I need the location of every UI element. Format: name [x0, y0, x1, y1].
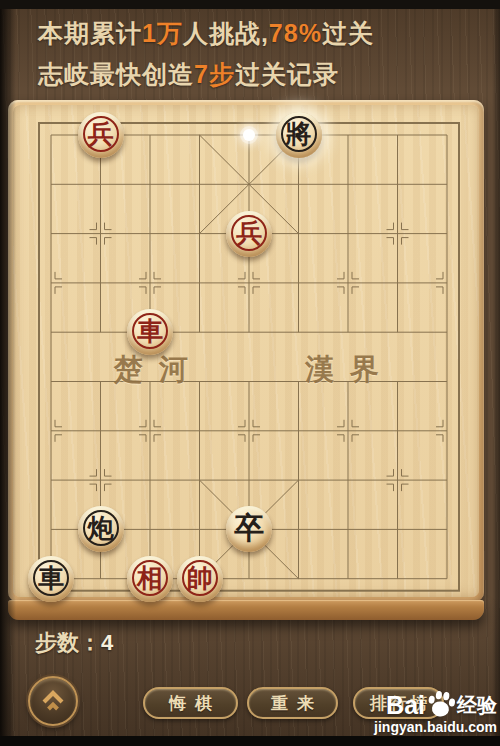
header-segment-orange: 1万 — [142, 19, 183, 47]
piece-character: 車 — [127, 309, 173, 353]
top-black-bar — [0, 0, 500, 9]
piece-character: 兵 — [78, 112, 124, 156]
piece-character: 車 — [28, 556, 74, 600]
expand-menu-button[interactable] — [28, 676, 78, 726]
piece-black-車[interactable]: 車 — [28, 556, 74, 602]
piece-black-炮[interactable]: 炮 — [78, 506, 124, 552]
bottom-black-bar — [0, 736, 500, 746]
watermark-url: jingyan.baidu.com — [374, 719, 497, 735]
left-edge-shadow — [0, 0, 16, 746]
header-segment-orange: 78% — [269, 19, 322, 47]
move-counter-value: 4 — [101, 630, 113, 655]
undo-move-button[interactable]: 悔棋 — [143, 687, 238, 719]
header-segment-cream: 人挑战, — [183, 19, 269, 47]
move-highlight-dot — [243, 129, 255, 141]
piece-character: 炮 — [78, 506, 124, 550]
move-counter-label: 步数 — [35, 630, 79, 655]
header-challenge-stats: 本期累计1万人挑战,78%过关 — [38, 17, 374, 50]
piece-red-帥[interactable]: 帥 — [177, 556, 223, 602]
baidu-paw-icon — [424, 689, 458, 721]
double-chevron-up-icon — [38, 686, 68, 716]
header-segment-cream: 本期累计 — [38, 19, 142, 47]
watermark-bai-text: Bai — [386, 691, 425, 720]
watermark-cn-text: 经验 — [457, 692, 497, 719]
piece-red-兵[interactable]: 兵 — [78, 112, 124, 158]
right-edge-shadow — [492, 0, 500, 746]
piece-black-將[interactable]: 將 — [276, 112, 322, 158]
piece-character: 相 — [127, 556, 173, 600]
piece-character: 卒 — [226, 506, 272, 550]
xiangqi-board: 楚河 漢界 兵將兵車炮卒車相帥 — [8, 100, 484, 622]
header-segment-cream: 过关记录 — [235, 60, 339, 88]
watermark: Bai 经验 jingyan.baidu.com — [374, 691, 497, 735]
header-segment-cream: 志岐最快创造 — [38, 60, 194, 88]
piece-red-兵[interactable]: 兵 — [226, 211, 272, 257]
header-segment-orange: 7步 — [194, 60, 235, 88]
piece-black-卒[interactable]: 卒 — [226, 506, 272, 552]
board-bottom-edge — [8, 600, 484, 620]
piece-red-車[interactable]: 車 — [127, 309, 173, 355]
xiangqi-app: 本期累计1万人挑战,78%过关 志岐最快创造7步过关记录 楚河 漢界 兵將兵車炮… — [0, 0, 500, 746]
piece-red-相[interactable]: 相 — [127, 556, 173, 602]
pieces-layer: 兵將兵車炮卒車相帥 — [8, 100, 484, 602]
move-counter-separator: ： — [79, 630, 101, 655]
move-counter: 步数：4 — [35, 628, 113, 658]
header-segment-cream: 过关 — [322, 19, 374, 47]
piece-character: 將 — [276, 112, 322, 156]
restart-button[interactable]: 重来 — [247, 687, 338, 719]
header-record-text: 志岐最快创造7步过关记录 — [38, 58, 339, 91]
piece-character: 帥 — [177, 556, 223, 600]
piece-character: 兵 — [226, 211, 272, 255]
